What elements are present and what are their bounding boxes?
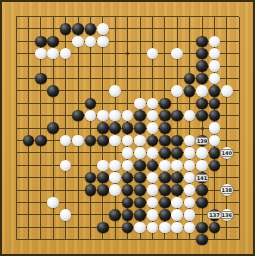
white-stone: ○ (72, 135, 84, 147)
white-stone: ○ (60, 160, 72, 172)
white-stone: ○ (109, 184, 121, 196)
black-stone: ● (97, 184, 109, 196)
white-stone: ○ (171, 197, 183, 209)
black-stone: ● (109, 209, 121, 221)
black-stone: ● (85, 98, 97, 110)
black-stone: ● (209, 110, 221, 122)
black-stone: ● (196, 48, 208, 60)
white-stone: ○ (171, 209, 183, 221)
white-stone: ○ (184, 160, 196, 172)
black-stone: ● (209, 98, 221, 110)
white-stone: ○ (35, 48, 47, 60)
white-stone: ○ (122, 135, 134, 147)
go-board[interactable]: ●●●○●●○○○●○○○○○○●○●○●●●○●○○●○●○●○○●●●●○○… (0, 0, 255, 256)
white-stone: ○ (109, 160, 121, 172)
black-stone: ● (159, 184, 171, 196)
black-stone: ● (196, 184, 208, 196)
black-stone: ● (209, 160, 221, 172)
white-stone: ○ (97, 160, 109, 172)
black-stone: ● (196, 98, 208, 110)
black-stone: ● (47, 122, 59, 134)
black-stone: ● (47, 36, 59, 48)
white-stone: ○ (134, 98, 146, 110)
black-stone: ● (196, 110, 208, 122)
move-number-label: 141 (195, 174, 209, 182)
black-stone: ● (209, 222, 221, 234)
white-stone: ○ (47, 197, 59, 209)
star-point (201, 127, 204, 130)
white-stone: ○ (60, 48, 72, 60)
black-stone: ● (122, 222, 134, 234)
white-stone: ○ (147, 48, 159, 60)
white-stone: ○ (171, 222, 183, 234)
black-stone: ● (97, 222, 109, 234)
white-stone: ○ (209, 135, 221, 147)
white-stone: ○ (196, 160, 208, 172)
black-stone: ● (147, 160, 159, 172)
white-stone: ○ (134, 135, 146, 147)
white-stone: ○ (184, 184, 196, 196)
move-number-label: 138 (220, 186, 234, 194)
white-stone: ○ (109, 85, 121, 97)
white-stone: ○ (47, 48, 59, 60)
black-stone: ● (122, 122, 134, 134)
black-stone: ● (122, 184, 134, 196)
move-number-label: 136 (220, 211, 234, 219)
black-stone: ● (85, 23, 97, 35)
white-stone: ○ (171, 48, 183, 60)
black-stone: ● (171, 135, 183, 147)
white-stone: ○ (97, 36, 109, 48)
white-stone: ○ (184, 147, 196, 159)
white-stone: ○ (147, 110, 159, 122)
white-stone: ○ (109, 110, 121, 122)
white-stone: ○ (134, 147, 146, 159)
black-stone: ● (159, 147, 171, 159)
black-stone: ● (134, 209, 146, 221)
white-stone: ○ (221, 85, 233, 97)
white-stone: ○ (209, 122, 221, 134)
black-stone: ● (196, 234, 208, 246)
white-stone: ○ (122, 110, 134, 122)
black-stone: ● (159, 197, 171, 209)
black-stone: ● (23, 135, 35, 147)
white-stone: ○ (147, 222, 159, 234)
black-stone: ● (171, 147, 183, 159)
black-stone: ● (72, 110, 84, 122)
black-stone: ● (122, 209, 134, 221)
white-stone: ○ (184, 135, 196, 147)
black-stone: ● (147, 135, 159, 147)
white-stone: ○ (134, 222, 146, 234)
black-stone: ● (85, 135, 97, 147)
black-stone: ● (134, 110, 146, 122)
white-stone: ○ (97, 110, 109, 122)
grid-line-vertical (239, 17, 240, 240)
white-stone: ○ (85, 110, 97, 122)
black-stone: ● (134, 184, 146, 196)
black-stone: ● (196, 222, 208, 234)
white-stone: ○ (209, 36, 221, 48)
black-stone: ● (47, 85, 59, 97)
black-stone: ● (134, 197, 146, 209)
white-stone: ○ (147, 184, 159, 196)
black-stone: ● (159, 172, 171, 184)
white-stone: ○ (109, 172, 121, 184)
black-stone: ● (85, 184, 97, 196)
white-stone: ○ (147, 122, 159, 134)
star-point (126, 52, 129, 55)
black-stone: ● (72, 23, 84, 35)
black-stone: ● (196, 36, 208, 48)
white-stone: ○ (72, 36, 84, 48)
black-stone: ● (35, 73, 47, 85)
black-stone: ● (159, 122, 171, 134)
move-number-label: 137 (207, 211, 221, 219)
black-stone: ● (196, 197, 208, 209)
white-stone: ○ (184, 172, 196, 184)
black-stone: ● (196, 60, 208, 72)
grid-line-vertical (226, 17, 227, 240)
white-stone: ○ (60, 135, 72, 147)
white-stone: ○ (209, 60, 221, 72)
white-stone: ○ (147, 172, 159, 184)
black-stone: ● (171, 110, 183, 122)
white-stone: ○ (60, 209, 72, 221)
black-stone: ● (97, 122, 109, 134)
white-stone: ○ (159, 160, 171, 172)
white-stone: ○ (171, 160, 183, 172)
black-stone: ● (171, 184, 183, 196)
white-stone: ○ (85, 36, 97, 48)
white-stone: ○ (184, 197, 196, 209)
white-stone: ○ (159, 222, 171, 234)
black-stone: ● (97, 172, 109, 184)
white-stone: ○ (184, 222, 196, 234)
black-stone: ● (159, 98, 171, 110)
black-stone: ● (159, 135, 171, 147)
black-stone: ● (159, 110, 171, 122)
move-number-label: 140 (220, 149, 234, 157)
black-stone: ● (171, 172, 183, 184)
white-stone: ○ (147, 209, 159, 221)
white-stone: ○ (209, 73, 221, 85)
white-stone: ○ (97, 23, 109, 35)
black-stone: ● (196, 73, 208, 85)
black-stone: ● (122, 197, 134, 209)
black-stone: ● (134, 160, 146, 172)
white-stone: ○ (122, 160, 134, 172)
white-stone: ○ (196, 147, 208, 159)
black-stone: ● (35, 135, 47, 147)
white-stone: ○ (209, 48, 221, 60)
black-stone: ● (134, 122, 146, 134)
black-stone: ● (109, 122, 121, 134)
black-stone: ● (209, 147, 221, 159)
black-stone: ● (122, 172, 134, 184)
white-stone: ○ (122, 147, 134, 159)
white-stone: ○ (184, 110, 196, 122)
black-stone: ● (134, 172, 146, 184)
black-stone: ● (209, 85, 221, 97)
white-stone: ○ (109, 135, 121, 147)
black-stone: ● (184, 73, 196, 85)
black-stone: ● (85, 172, 97, 184)
go-game-screenshot: ●●●○●●○○○●○○○○○○●○●○●●●○●○○●○●○●○○●●●●○○… (0, 0, 255, 256)
black-stone: ● (60, 23, 72, 35)
black-stone: ● (97, 135, 109, 147)
move-number-label: 139 (195, 137, 209, 145)
white-stone: ○ (196, 85, 208, 97)
black-stone: ● (35, 36, 47, 48)
white-stone: ○ (171, 85, 183, 97)
black-stone: ● (159, 209, 171, 221)
white-stone: ○ (147, 197, 159, 209)
white-stone: ○ (147, 98, 159, 110)
white-stone: ○ (147, 147, 159, 159)
white-stone: ○ (184, 209, 196, 221)
black-stone: ● (184, 85, 196, 97)
